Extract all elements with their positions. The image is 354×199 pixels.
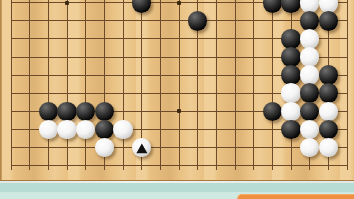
black-stone [132, 0, 152, 13]
black-stone [319, 83, 339, 103]
black-stone [319, 120, 339, 140]
black-stone [263, 0, 283, 13]
white-stone [281, 83, 301, 103]
white-stone [300, 120, 320, 140]
white-stone [76, 120, 96, 140]
white-stone [39, 120, 59, 140]
grid-vertical-line [253, 0, 254, 170]
white-stone [95, 138, 115, 158]
grid-vertical-line [123, 0, 124, 170]
grid-vertical-line [48, 0, 49, 170]
black-stone [281, 120, 301, 140]
orange-action-button[interactable] [237, 194, 354, 199]
star-point-icon [177, 109, 181, 113]
black-stone [57, 102, 77, 122]
go-board[interactable] [0, 0, 354, 181]
black-stone [300, 11, 320, 31]
black-stone [300, 83, 320, 103]
black-stone [263, 102, 283, 122]
grid-vertical-line [179, 0, 180, 170]
grid-vertical-line [347, 0, 348, 170]
white-stone [281, 102, 301, 122]
white-stone [300, 138, 320, 158]
grid-vertical-line [67, 0, 68, 170]
grid-vertical-line [85, 0, 86, 170]
white-stone-last-move [132, 138, 152, 158]
white-stone [319, 102, 339, 122]
black-stone [319, 11, 339, 31]
star-point-icon [177, 1, 181, 5]
white-stone [300, 29, 320, 49]
black-stone [319, 65, 339, 85]
grid-vertical-line [11, 0, 12, 170]
grid-vertical-line [235, 0, 236, 170]
black-stone [39, 102, 59, 122]
black-stone [300, 102, 320, 122]
grid-horizontal-line [11, 147, 348, 148]
black-stone [281, 65, 301, 85]
grid-horizontal-line [11, 165, 348, 166]
grid-vertical-line [216, 0, 217, 170]
white-stone [300, 47, 320, 67]
black-stone [281, 0, 301, 13]
grid-vertical-line [29, 0, 30, 170]
grid-vertical-line [272, 0, 273, 170]
white-stone [113, 120, 133, 140]
last-move-triangle-icon [136, 143, 148, 154]
board-left-edge [0, 0, 2, 180]
black-stone [281, 47, 301, 67]
black-stone [281, 29, 301, 49]
white-stone [300, 65, 320, 85]
black-stone [188, 11, 208, 31]
white-stone [319, 138, 339, 158]
grid-horizontal-line [11, 20, 348, 21]
star-point-icon [65, 1, 69, 5]
black-stone [95, 120, 115, 140]
grid-vertical-line [160, 0, 161, 170]
white-stone [57, 120, 77, 140]
black-stone [95, 102, 115, 122]
black-stone [76, 102, 96, 122]
